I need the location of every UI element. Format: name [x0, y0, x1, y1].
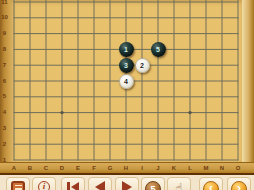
- prev-variation-button[interactable]: ‹: [199, 177, 223, 190]
- row-label-8: 8: [0, 46, 9, 53]
- first-move-button[interactable]: [61, 177, 85, 190]
- right-frame-edge: [242, 0, 254, 162]
- column-label-I: I: [137, 165, 148, 172]
- stone-black-1: 1: [119, 42, 134, 57]
- row-label-5: 5: [0, 93, 9, 100]
- next-move-button[interactable]: [115, 177, 139, 190]
- move-number-button[interactable]: 5: [141, 177, 165, 190]
- previous-move-button[interactable]: [88, 177, 112, 190]
- menu-icon: [11, 181, 25, 190]
- column-label-N: N: [217, 165, 228, 172]
- hand-pointer-icon: ☝: [175, 181, 182, 190]
- column-label-A: A: [9, 165, 20, 172]
- toolbar: i 5 ☝ ‹ ›: [0, 175, 254, 190]
- column-label-C: C: [41, 165, 52, 172]
- row-label-11: 11: [0, 0, 9, 6]
- row-label-10: 10: [0, 14, 9, 21]
- column-label-O: O: [233, 165, 244, 172]
- row-label-2: 2: [0, 141, 9, 148]
- skip-to-start-icon: [67, 181, 79, 190]
- column-label-J: J: [153, 165, 164, 172]
- column-label-E: E: [73, 165, 84, 172]
- stone-white-4: 4: [119, 74, 134, 89]
- column-label-F: F: [89, 165, 100, 172]
- move-number-coin-icon: 5: [145, 181, 161, 190]
- column-label-H: H: [121, 165, 132, 172]
- next-variation-button[interactable]: ›: [227, 177, 251, 190]
- stone-black-3: 3: [119, 58, 134, 73]
- gold-coin-right-icon: ›: [231, 181, 247, 190]
- column-label-B: B: [25, 165, 36, 172]
- info-icon: i: [38, 181, 50, 190]
- row-label-3: 3: [0, 125, 9, 132]
- play-mode-button[interactable]: ☝: [167, 177, 191, 190]
- next-triangle-icon: [122, 181, 132, 190]
- row-label-6: 6: [0, 78, 9, 85]
- column-label-L: L: [185, 165, 196, 172]
- stone-white-2: 2: [135, 58, 150, 73]
- row-label-4: 4: [0, 109, 9, 116]
- column-label-K: K: [169, 165, 180, 172]
- row-label-7: 7: [0, 62, 9, 69]
- column-label-M: M: [201, 165, 212, 172]
- row-coordinate-strip: 1234567891011: [0, 0, 10, 162]
- column-coordinate-strip: ABCDEFGHIJKLMNO: [0, 162, 254, 175]
- board-frame: 12345 1234567891011 ABCDEFGHIJKLMNO: [0, 0, 254, 175]
- info-button[interactable]: i: [32, 177, 56, 190]
- gold-coin-left-icon: ‹: [203, 181, 219, 190]
- stone-black-5: 5: [151, 42, 166, 57]
- column-label-D: D: [57, 165, 68, 172]
- gomoku-app: 12345 1234567891011 ABCDEFGHIJKLMNO i 5 …: [0, 0, 254, 190]
- menu-button[interactable]: [6, 177, 30, 190]
- column-label-G: G: [105, 165, 116, 172]
- row-label-9: 9: [0, 30, 9, 37]
- previous-triangle-icon: [95, 181, 105, 190]
